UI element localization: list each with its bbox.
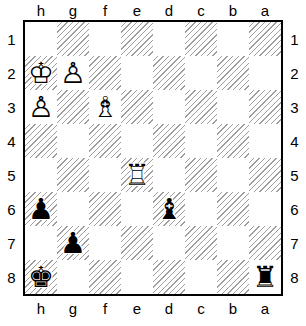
square-d6: ♝♝ — [153, 192, 185, 226]
corner-spacer — [281, 296, 304, 301]
rank-label-right-6: 6 — [283, 192, 306, 226]
square-h6: ♟♟ — [25, 192, 57, 226]
square-g6 — [57, 192, 89, 226]
piece-white-rook-e5: ♜♖ — [121, 158, 153, 192]
board-middle-section: 12345678 ♚♔♟♙♟♙♝♗♜♖♟♟♝♝♟♟♚♚♜♜ 12345678 — [0, 20, 306, 296]
rank-label-left-4: 4 — [0, 124, 23, 158]
piece-glyph: ♟ — [28, 195, 54, 224]
square-f2 — [89, 56, 121, 90]
square-g5 — [57, 158, 89, 192]
piece-white-pawn-g2: ♟♙ — [57, 56, 89, 90]
rank-label-right-5: 5 — [283, 158, 306, 192]
square-c6 — [185, 192, 217, 226]
file-label-top-c: c — [185, 3, 217, 20]
piece-black-rook-a8: ♜♜ — [249, 260, 281, 294]
square-b8 — [217, 260, 249, 294]
square-c4 — [185, 124, 217, 158]
piece-glyph: ♜ — [252, 263, 278, 292]
piece-white-king-h2: ♚♔ — [25, 56, 57, 90]
square-e2 — [121, 56, 153, 90]
square-h3: ♟♙ — [25, 90, 57, 124]
square-h5 — [25, 158, 57, 192]
file-label-bottom-c: c — [185, 296, 217, 316]
rank-label-right-2: 2 — [283, 56, 306, 90]
square-h4 — [25, 124, 57, 158]
piece-glyph: ♟ — [60, 229, 86, 258]
square-a1 — [249, 22, 281, 56]
rank-label-left-5: 5 — [0, 158, 23, 192]
square-e7 — [121, 226, 153, 260]
file-label-bottom-e: e — [121, 296, 153, 316]
file-label-top-e: e — [121, 3, 153, 20]
square-d3 — [153, 90, 185, 124]
chess-board: ♚♔♟♙♟♙♝♗♜♖♟♟♝♝♟♟♚♚♜♜ — [23, 20, 283, 296]
piece-glyph: ♚ — [28, 263, 54, 292]
square-g1 — [57, 22, 89, 56]
file-label-top-d: d — [153, 3, 185, 20]
square-d1 — [153, 22, 185, 56]
square-a2 — [249, 56, 281, 90]
square-b5 — [217, 158, 249, 192]
rank-label-right-3: 3 — [283, 90, 306, 124]
file-label-top-f: f — [89, 3, 121, 20]
piece-glyph: ♙ — [60, 59, 86, 88]
piece-black-king-h8: ♚♚ — [25, 260, 57, 294]
corner-spacer — [0, 296, 25, 301]
rank-label-left-3: 3 — [0, 90, 23, 124]
square-b1 — [217, 22, 249, 56]
rank-label-left-6: 6 — [0, 192, 23, 226]
square-c7 — [185, 226, 217, 260]
file-label-top-g: g — [57, 3, 89, 20]
rank-labels-left: 12345678 — [0, 20, 23, 296]
rank-label-right-8: 8 — [283, 260, 306, 294]
square-d5 — [153, 158, 185, 192]
piece-glyph: ♝ — [156, 195, 182, 224]
file-labels-bottom: hgfedcba — [0, 296, 306, 326]
file-label-top-h: h — [25, 3, 57, 20]
file-label-bottom-g: g — [57, 296, 89, 316]
square-f5 — [89, 158, 121, 192]
square-e6 — [121, 192, 153, 226]
square-h7 — [25, 226, 57, 260]
file-label-bottom-f: f — [89, 296, 121, 316]
square-c2 — [185, 56, 217, 90]
square-f1 — [89, 22, 121, 56]
rank-labels-right: 12345678 — [283, 20, 306, 296]
square-a6 — [249, 192, 281, 226]
square-c1 — [185, 22, 217, 56]
square-d8 — [153, 260, 185, 294]
rank-label-left-2: 2 — [0, 56, 23, 90]
square-f6 — [89, 192, 121, 226]
file-label-bottom-a: a — [249, 296, 281, 316]
chess-diagram: hgfedcba 12345678 ♚♔♟♙♟♙♝♗♜♖♟♟♝♝♟♟♚♚♜♜ 1… — [0, 0, 306, 326]
square-f4 — [89, 124, 121, 158]
square-e4 — [121, 124, 153, 158]
square-g3 — [57, 90, 89, 124]
square-g8 — [57, 260, 89, 294]
square-e5: ♜♖ — [121, 158, 153, 192]
file-label-bottom-b: b — [217, 296, 249, 316]
square-a5 — [249, 158, 281, 192]
square-b4 — [217, 124, 249, 158]
piece-glyph: ♔ — [28, 59, 54, 88]
rank-label-left-8: 8 — [0, 260, 23, 294]
square-a4 — [249, 124, 281, 158]
rank-label-right-4: 4 — [283, 124, 306, 158]
file-label-bottom-d: d — [153, 296, 185, 316]
square-g7: ♟♟ — [57, 226, 89, 260]
square-a3 — [249, 90, 281, 124]
square-e1 — [121, 22, 153, 56]
piece-glyph: ♗ — [92, 93, 118, 122]
square-a7 — [249, 226, 281, 260]
piece-black-pawn-g7: ♟♟ — [57, 226, 89, 260]
square-c8 — [185, 260, 217, 294]
file-label-top-a: a — [249, 3, 281, 20]
square-c3 — [185, 90, 217, 124]
piece-white-bishop-f3: ♝♗ — [89, 90, 121, 124]
square-h2: ♚♔ — [25, 56, 57, 90]
rank-label-right-1: 1 — [283, 22, 306, 56]
piece-white-pawn-h3: ♟♙ — [25, 90, 57, 124]
square-b3 — [217, 90, 249, 124]
square-b2 — [217, 56, 249, 90]
square-e3 — [121, 90, 153, 124]
square-f3: ♝♗ — [89, 90, 121, 124]
rank-label-right-7: 7 — [283, 226, 306, 260]
square-d2 — [153, 56, 185, 90]
square-h1 — [25, 22, 57, 56]
square-f8 — [89, 260, 121, 294]
square-g2: ♟♙ — [57, 56, 89, 90]
piece-black-bishop-d6: ♝♝ — [153, 192, 185, 226]
file-label-bottom-h: h — [25, 296, 57, 316]
file-labels-top: hgfedcba — [0, 0, 306, 20]
square-d7 — [153, 226, 185, 260]
square-h8: ♚♚ — [25, 260, 57, 294]
rank-label-left-1: 1 — [0, 22, 23, 56]
piece-glyph: ♙ — [28, 93, 54, 122]
square-e8 — [121, 260, 153, 294]
square-b7 — [217, 226, 249, 260]
square-d4 — [153, 124, 185, 158]
square-b6 — [217, 192, 249, 226]
square-g4 — [57, 124, 89, 158]
square-a8: ♜♜ — [249, 260, 281, 294]
rank-label-left-7: 7 — [0, 226, 23, 260]
piece-black-pawn-h6: ♟♟ — [25, 192, 57, 226]
square-c5 — [185, 158, 217, 192]
piece-glyph: ♖ — [124, 161, 150, 190]
square-f7 — [89, 226, 121, 260]
file-label-top-b: b — [217, 3, 249, 20]
